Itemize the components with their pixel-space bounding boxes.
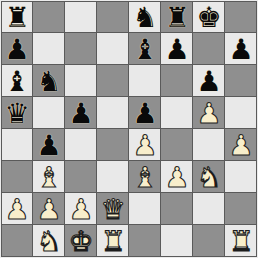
piece-black-pawn[interactable]: ♟ [68,98,93,129]
square-g1[interactable] [193,225,225,257]
square-d4[interactable] [97,129,129,161]
square-h6[interactable] [225,65,257,97]
piece-white-pawn[interactable]: ♟ [196,98,221,129]
square-g4[interactable] [193,129,225,161]
square-h4[interactable]: ♟ [225,129,257,161]
piece-black-pawn[interactable]: ♟ [36,130,61,161]
square-b1[interactable]: ♞ [33,225,65,257]
piece-black-bishop[interactable]: ♝ [132,34,157,65]
square-c7[interactable] [65,33,97,65]
piece-white-rook[interactable]: ♜ [100,226,125,257]
square-c1[interactable]: ♚ [65,225,97,257]
square-f5[interactable] [161,97,193,129]
square-f3[interactable]: ♟ [161,161,193,193]
piece-white-bishop[interactable]: ♝ [132,162,157,193]
piece-white-knight[interactable]: ♞ [36,226,61,257]
square-b3[interactable]: ♝ [33,161,65,193]
square-f2[interactable] [161,193,193,225]
piece-black-knight[interactable]: ♞ [36,66,61,97]
piece-black-rook[interactable]: ♜ [164,2,189,33]
piece-white-rook[interactable]: ♜ [228,226,253,257]
square-c8[interactable] [65,1,97,33]
square-d1[interactable]: ♜ [97,225,129,257]
square-d8[interactable] [97,1,129,33]
chess-board: ♜♞♜♚♟♝♟♟♝♞♟♛♟♟♟♟♟♟♝♝♟♞♟♟♟♛♞♚♜♜ [0,0,258,258]
square-b4[interactable]: ♟ [33,129,65,161]
square-d7[interactable] [97,33,129,65]
square-c5[interactable]: ♟ [65,97,97,129]
square-d2[interactable]: ♛ [97,193,129,225]
square-a2[interactable]: ♟ [1,193,33,225]
piece-black-queen[interactable]: ♛ [4,98,29,129]
square-g6[interactable]: ♟ [193,65,225,97]
square-e2[interactable] [129,193,161,225]
square-e5[interactable]: ♟ [129,97,161,129]
square-h5[interactable] [225,97,257,129]
piece-black-pawn[interactable]: ♟ [132,98,157,129]
square-g3[interactable]: ♞ [193,161,225,193]
square-b5[interactable] [33,97,65,129]
piece-white-pawn[interactable]: ♟ [4,194,29,225]
square-d3[interactable] [97,161,129,193]
square-a4[interactable] [1,129,33,161]
square-b6[interactable]: ♞ [33,65,65,97]
square-f7[interactable]: ♟ [161,33,193,65]
square-e7[interactable]: ♝ [129,33,161,65]
square-c4[interactable] [65,129,97,161]
square-g8[interactable]: ♚ [193,1,225,33]
piece-black-pawn[interactable]: ♟ [228,34,253,65]
square-h8[interactable] [225,1,257,33]
piece-black-pawn[interactable]: ♟ [4,34,29,65]
square-a8[interactable]: ♜ [1,1,33,33]
square-e3[interactable]: ♝ [129,161,161,193]
square-f1[interactable] [161,225,193,257]
square-a6[interactable]: ♝ [1,65,33,97]
square-h3[interactable] [225,161,257,193]
square-c3[interactable] [65,161,97,193]
piece-white-pawn[interactable]: ♟ [36,194,61,225]
square-a1[interactable] [1,225,33,257]
square-d6[interactable] [97,65,129,97]
square-b7[interactable] [33,33,65,65]
square-a5[interactable]: ♛ [1,97,33,129]
square-e8[interactable]: ♞ [129,1,161,33]
piece-black-rook[interactable]: ♜ [4,2,29,33]
square-e6[interactable] [129,65,161,97]
square-h2[interactable] [225,193,257,225]
piece-white-bishop[interactable]: ♝ [36,162,61,193]
piece-black-knight[interactable]: ♞ [132,2,157,33]
square-h1[interactable]: ♜ [225,225,257,257]
square-b8[interactable] [33,1,65,33]
square-c2[interactable]: ♟ [65,193,97,225]
square-a3[interactable] [1,161,33,193]
square-f6[interactable] [161,65,193,97]
square-c6[interactable] [65,65,97,97]
square-f4[interactable] [161,129,193,161]
square-f8[interactable]: ♜ [161,1,193,33]
piece-white-pawn[interactable]: ♟ [68,194,93,225]
piece-white-queen[interactable]: ♛ [100,194,125,225]
piece-white-pawn[interactable]: ♟ [164,162,189,193]
piece-white-king[interactable]: ♚ [68,226,93,257]
square-e1[interactable] [129,225,161,257]
square-h7[interactable]: ♟ [225,33,257,65]
square-g5[interactable]: ♟ [193,97,225,129]
square-g2[interactable] [193,193,225,225]
square-g7[interactable] [193,33,225,65]
piece-white-pawn[interactable]: ♟ [228,130,253,161]
piece-black-bishop[interactable]: ♝ [4,66,29,97]
square-d5[interactable] [97,97,129,129]
piece-black-pawn[interactable]: ♟ [164,34,189,65]
piece-white-knight[interactable]: ♞ [196,162,221,193]
square-a7[interactable]: ♟ [1,33,33,65]
piece-white-pawn[interactable]: ♟ [132,130,157,161]
square-e4[interactable]: ♟ [129,129,161,161]
piece-black-pawn[interactable]: ♟ [196,66,221,97]
piece-black-king[interactable]: ♚ [196,2,221,33]
square-b2[interactable]: ♟ [33,193,65,225]
